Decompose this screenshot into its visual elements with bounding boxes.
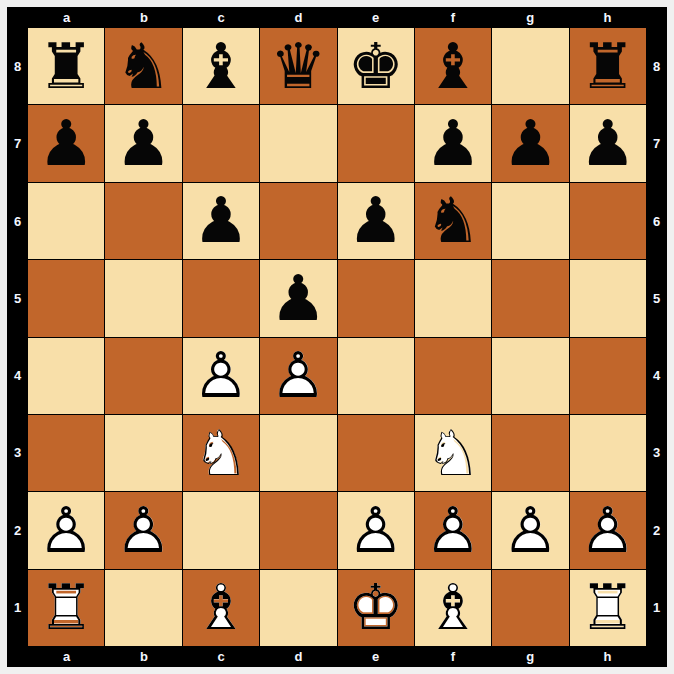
square-e6[interactable]: ♟	[338, 183, 414, 259]
square-e7[interactable]	[338, 105, 414, 181]
rank-label-3: 3	[7, 414, 28, 491]
square-d3[interactable]	[260, 415, 336, 491]
white-bishop-c1: ♝♗	[183, 570, 259, 646]
white-piece-fill: ♟	[338, 492, 414, 568]
square-b2[interactable]: ♟♙	[105, 492, 181, 568]
square-a7[interactable]: ♟	[28, 105, 104, 181]
white-piece-fill: ♟	[105, 492, 181, 568]
square-h1[interactable]: ♜♖	[570, 570, 646, 646]
square-e2[interactable]: ♟♙	[338, 492, 414, 568]
square-f5[interactable]	[415, 260, 491, 336]
rank-label-8: 8	[646, 28, 667, 105]
white-piece-outline: ♖	[28, 570, 104, 646]
white-piece-outline: ♙	[105, 492, 181, 568]
white-king-e1: ♚♔	[338, 570, 414, 646]
black-piece-fill: ♟	[570, 105, 646, 181]
square-e8[interactable]: ♚	[338, 28, 414, 104]
white-piece-outline: ♙	[570, 492, 646, 568]
black-piece-fill: ♞	[105, 28, 181, 104]
square-f1[interactable]: ♝♗	[415, 570, 491, 646]
white-pawn-h2: ♟♙	[570, 492, 646, 568]
square-c3[interactable]: ♞♘	[183, 415, 259, 491]
file-label-a: a	[28, 646, 105, 667]
black-knight-f6: ♞	[415, 183, 491, 259]
square-c4[interactable]: ♟♙	[183, 338, 259, 414]
rank-label-8: 8	[7, 28, 28, 105]
square-a1[interactable]: ♜♖	[28, 570, 104, 646]
rank-label-7: 7	[7, 105, 28, 182]
black-piece-fill: ♝	[183, 28, 259, 104]
file-label-g: g	[492, 646, 569, 667]
black-piece-fill: ♟	[260, 260, 336, 336]
square-g2[interactable]: ♟♙	[492, 492, 568, 568]
black-pawn-c6: ♟	[183, 183, 259, 259]
file-label-d: d	[260, 7, 337, 28]
file-labels-top: abcdefgh	[28, 7, 646, 28]
black-pawn-h7: ♟	[570, 105, 646, 181]
square-h2[interactable]: ♟♙	[570, 492, 646, 568]
frame-corner-bottom-right	[646, 646, 667, 667]
black-piece-fill: ♜	[28, 28, 104, 104]
black-piece-fill: ♛	[260, 28, 336, 104]
file-label-c: c	[183, 646, 260, 667]
board: ♜♞♝♛♚♝♜♟♟♟♟♟♟♟♞♟♟♙♟♙♞♘♞♘♟♙♟♙♟♙♟♙♟♙♟♙♜♖♝♗…	[28, 28, 646, 646]
black-pawn-g7: ♟	[492, 105, 568, 181]
white-knight-f3: ♞♘	[415, 415, 491, 491]
file-label-c: c	[183, 7, 260, 28]
square-d4[interactable]: ♟♙	[260, 338, 336, 414]
square-f8[interactable]: ♝	[415, 28, 491, 104]
white-piece-outline: ♙	[183, 338, 259, 414]
square-f3[interactable]: ♞♘	[415, 415, 491, 491]
black-knight-b8: ♞	[105, 28, 181, 104]
rank-label-1: 1	[646, 569, 667, 646]
square-c1[interactable]: ♝♗	[183, 570, 259, 646]
square-b6[interactable]	[105, 183, 181, 259]
black-piece-fill: ♝	[415, 28, 491, 104]
square-g6[interactable]	[492, 183, 568, 259]
white-piece-fill: ♞	[415, 415, 491, 491]
rank-labels-left: 87654321	[7, 28, 28, 646]
square-h8[interactable]: ♜	[570, 28, 646, 104]
chessboard-frame: abcdefgh 87654321 ♜♞♝♛♚♝♜♟♟♟♟♟♟♟♞♟♟♙♟♙♞♘…	[7, 7, 667, 667]
white-pawn-e2: ♟♙	[338, 492, 414, 568]
black-bishop-c8: ♝	[183, 28, 259, 104]
white-pawn-f2: ♟♙	[415, 492, 491, 568]
black-piece-fill: ♟	[415, 105, 491, 181]
rank-label-2: 2	[646, 492, 667, 569]
square-d6[interactable]	[260, 183, 336, 259]
rank-label-4: 4	[646, 337, 667, 414]
square-d7[interactable]	[260, 105, 336, 181]
black-pawn-a7: ♟	[28, 105, 104, 181]
file-label-e: e	[337, 7, 414, 28]
rank-label-5: 5	[646, 260, 667, 337]
square-d8[interactable]: ♛	[260, 28, 336, 104]
square-c5[interactable]	[183, 260, 259, 336]
white-pawn-c4: ♟♙	[183, 338, 259, 414]
square-b4[interactable]	[105, 338, 181, 414]
square-a3[interactable]	[28, 415, 104, 491]
square-f6[interactable]: ♞	[415, 183, 491, 259]
white-piece-fill: ♟	[415, 492, 491, 568]
square-b3[interactable]	[105, 415, 181, 491]
black-king-e8: ♚	[338, 28, 414, 104]
white-piece-outline: ♙	[28, 492, 104, 568]
white-piece-outline: ♘	[183, 415, 259, 491]
white-bishop-f1: ♝♗	[415, 570, 491, 646]
square-a6[interactable]	[28, 183, 104, 259]
white-piece-outline: ♙	[338, 492, 414, 568]
square-b7[interactable]: ♟	[105, 105, 181, 181]
black-rook-h8: ♜	[570, 28, 646, 104]
white-rook-a1: ♜♖	[28, 570, 104, 646]
file-label-g: g	[492, 7, 569, 28]
white-piece-outline: ♗	[183, 570, 259, 646]
white-piece-outline: ♙	[492, 492, 568, 568]
square-c2[interactable]	[183, 492, 259, 568]
square-a5[interactable]	[28, 260, 104, 336]
frame-corner-bottom-left	[7, 646, 28, 667]
rank-label-6: 6	[646, 183, 667, 260]
white-pawn-g2: ♟♙	[492, 492, 568, 568]
black-piece-fill: ♞	[415, 183, 491, 259]
white-piece-fill: ♟	[260, 338, 336, 414]
white-piece-outline: ♙	[415, 492, 491, 568]
white-piece-fill: ♚	[338, 570, 414, 646]
black-pawn-e6: ♟	[338, 183, 414, 259]
square-h3[interactable]	[570, 415, 646, 491]
file-label-b: b	[105, 7, 182, 28]
rank-label-7: 7	[646, 105, 667, 182]
square-c8[interactable]: ♝	[183, 28, 259, 104]
file-label-e: e	[337, 646, 414, 667]
rank-label-2: 2	[7, 492, 28, 569]
square-c7[interactable]	[183, 105, 259, 181]
rank-label-4: 4	[7, 337, 28, 414]
black-bishop-f8: ♝	[415, 28, 491, 104]
square-g1[interactable]	[492, 570, 568, 646]
square-f2[interactable]: ♟♙	[415, 492, 491, 568]
square-d1[interactable]	[260, 570, 336, 646]
square-a4[interactable]	[28, 338, 104, 414]
file-label-f: f	[414, 646, 491, 667]
black-pawn-b7: ♟	[105, 105, 181, 181]
black-piece-fill: ♟	[28, 105, 104, 181]
black-piece-fill: ♜	[570, 28, 646, 104]
square-e5[interactable]	[338, 260, 414, 336]
black-pawn-d5: ♟	[260, 260, 336, 336]
white-piece-fill: ♞	[183, 415, 259, 491]
black-piece-fill: ♚	[338, 28, 414, 104]
black-rook-a8: ♜	[28, 28, 104, 104]
black-pawn-f7: ♟	[415, 105, 491, 181]
white-pawn-b2: ♟♙	[105, 492, 181, 568]
square-a2[interactable]: ♟♙	[28, 492, 104, 568]
frame-corner-top-right	[646, 7, 667, 28]
white-pawn-d4: ♟♙	[260, 338, 336, 414]
square-e3[interactable]	[338, 415, 414, 491]
square-e1[interactable]: ♚♔	[338, 570, 414, 646]
white-rook-h1: ♜♖	[570, 570, 646, 646]
white-piece-outline: ♗	[415, 570, 491, 646]
file-label-h: h	[569, 646, 646, 667]
file-label-h: h	[569, 7, 646, 28]
white-piece-outline: ♙	[260, 338, 336, 414]
rank-label-5: 5	[7, 260, 28, 337]
square-b5[interactable]	[105, 260, 181, 336]
square-g5[interactable]	[492, 260, 568, 336]
black-piece-fill: ♟	[105, 105, 181, 181]
black-piece-fill: ♟	[492, 105, 568, 181]
square-d5[interactable]: ♟	[260, 260, 336, 336]
square-b8[interactable]: ♞	[105, 28, 181, 104]
white-knight-c3: ♞♘	[183, 415, 259, 491]
white-piece-fill: ♜	[570, 570, 646, 646]
square-g8[interactable]	[492, 28, 568, 104]
square-h4[interactable]	[570, 338, 646, 414]
file-label-b: b	[105, 646, 182, 667]
white-piece-outline: ♘	[415, 415, 491, 491]
square-a8[interactable]: ♜	[28, 28, 104, 104]
square-h5[interactable]	[570, 260, 646, 336]
white-pawn-a2: ♟♙	[28, 492, 104, 568]
square-f4[interactable]	[415, 338, 491, 414]
square-e4[interactable]	[338, 338, 414, 414]
square-b1[interactable]	[105, 570, 181, 646]
square-f7[interactable]: ♟	[415, 105, 491, 181]
file-label-a: a	[28, 7, 105, 28]
white-piece-fill: ♟	[183, 338, 259, 414]
white-piece-fill: ♝	[183, 570, 259, 646]
square-c6[interactable]: ♟	[183, 183, 259, 259]
white-piece-fill: ♝	[415, 570, 491, 646]
white-piece-fill: ♟	[28, 492, 104, 568]
white-piece-fill: ♜	[28, 570, 104, 646]
white-piece-outline: ♖	[570, 570, 646, 646]
rank-labels-right: 87654321	[646, 28, 667, 646]
square-d2[interactable]	[260, 492, 336, 568]
black-piece-fill: ♟	[183, 183, 259, 259]
square-g7[interactable]: ♟	[492, 105, 568, 181]
rank-label-1: 1	[7, 569, 28, 646]
file-labels-bottom: abcdefgh	[28, 646, 646, 667]
file-label-f: f	[414, 7, 491, 28]
square-h6[interactable]	[570, 183, 646, 259]
white-piece-fill: ♟	[570, 492, 646, 568]
black-piece-fill: ♟	[338, 183, 414, 259]
square-g4[interactable]	[492, 338, 568, 414]
rank-label-3: 3	[646, 414, 667, 491]
rank-label-6: 6	[7, 183, 28, 260]
square-g3[interactable]	[492, 415, 568, 491]
file-label-d: d	[260, 646, 337, 667]
frame-corner-top-left	[7, 7, 28, 28]
white-piece-outline: ♔	[338, 570, 414, 646]
white-piece-fill: ♟	[492, 492, 568, 568]
square-h7[interactable]: ♟	[570, 105, 646, 181]
black-queen-d8: ♛	[260, 28, 336, 104]
